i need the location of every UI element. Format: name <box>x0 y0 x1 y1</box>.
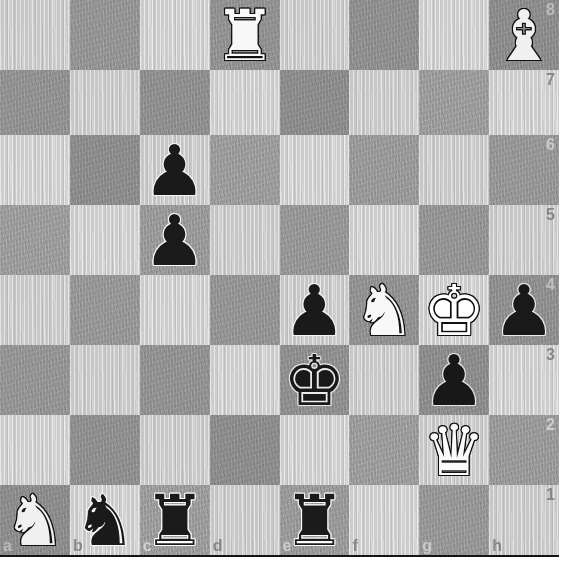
square-f4[interactable]: ♞ <box>349 275 419 345</box>
chess-board: ♜♝87♟6♟5♟♞♚♟4♚♟3♛2♞a♞b♜cd♜efg1h <box>0 0 559 557</box>
file-label-c: c <box>143 538 152 554</box>
file-label-f: f <box>352 538 357 554</box>
piece-black-rook-e1[interactable]: ♜ <box>283 486 346 556</box>
square-e8[interactable] <box>280 0 350 70</box>
square-d3[interactable] <box>210 345 280 415</box>
rank-label-8: 8 <box>546 2 555 18</box>
square-g1[interactable]: g <box>419 485 489 555</box>
square-c5[interactable]: ♟ <box>140 205 210 275</box>
square-b8[interactable] <box>70 0 140 70</box>
square-g4[interactable]: ♚ <box>419 275 489 345</box>
square-h1[interactable]: 1h <box>489 485 559 555</box>
square-b6[interactable] <box>70 135 140 205</box>
square-e6[interactable] <box>280 135 350 205</box>
square-a1[interactable]: ♞a <box>0 485 70 555</box>
rank-label-1: 1 <box>546 487 555 503</box>
square-h4[interactable]: ♟4 <box>489 275 559 345</box>
square-h2[interactable]: 2 <box>489 415 559 485</box>
square-h3[interactable]: 3 <box>489 345 559 415</box>
piece-white-king-g4[interactable]: ♚ <box>423 276 486 346</box>
file-label-g: g <box>422 538 432 554</box>
piece-white-knight-a1[interactable]: ♞ <box>4 486 67 556</box>
square-f3[interactable] <box>349 345 419 415</box>
square-b4[interactable] <box>70 275 140 345</box>
square-b5[interactable] <box>70 205 140 275</box>
piece-black-rook-c1[interactable]: ♜ <box>143 486 206 556</box>
square-a8[interactable] <box>0 0 70 70</box>
rank-label-6: 6 <box>546 137 555 153</box>
square-a3[interactable] <box>0 345 70 415</box>
rank-label-5: 5 <box>546 207 555 223</box>
square-g2[interactable]: ♛ <box>419 415 489 485</box>
piece-black-pawn-e4[interactable]: ♟ <box>283 276 346 346</box>
square-f5[interactable] <box>349 205 419 275</box>
square-b7[interactable] <box>70 70 140 135</box>
piece-black-pawn-g3[interactable]: ♟ <box>423 346 486 416</box>
square-g5[interactable] <box>419 205 489 275</box>
square-h5[interactable]: 5 <box>489 205 559 275</box>
file-label-a: a <box>3 538 12 554</box>
square-d6[interactable] <box>210 135 280 205</box>
file-label-d: d <box>213 538 223 554</box>
square-c2[interactable] <box>140 415 210 485</box>
square-f2[interactable] <box>349 415 419 485</box>
piece-white-knight-f4[interactable]: ♞ <box>353 276 416 346</box>
square-h7[interactable]: 7 <box>489 70 559 135</box>
square-b1[interactable]: ♞b <box>70 485 140 555</box>
square-h6[interactable]: 6 <box>489 135 559 205</box>
square-d1[interactable]: d <box>210 485 280 555</box>
file-label-b: b <box>73 538 83 554</box>
square-d4[interactable] <box>210 275 280 345</box>
square-d5[interactable] <box>210 205 280 275</box>
square-d8[interactable]: ♜ <box>210 0 280 70</box>
square-a6[interactable] <box>0 135 70 205</box>
square-f7[interactable] <box>349 70 419 135</box>
square-h8[interactable]: ♝8 <box>489 0 559 70</box>
square-c6[interactable]: ♟ <box>140 135 210 205</box>
square-g3[interactable]: ♟ <box>419 345 489 415</box>
square-b2[interactable] <box>70 415 140 485</box>
square-c3[interactable] <box>140 345 210 415</box>
square-a7[interactable] <box>0 70 70 135</box>
square-d2[interactable] <box>210 415 280 485</box>
square-c1[interactable]: ♜c <box>140 485 210 555</box>
piece-white-rook-d8[interactable]: ♜ <box>213 1 276 71</box>
rank-label-4: 4 <box>546 277 555 293</box>
square-f8[interactable] <box>349 0 419 70</box>
square-e3[interactable]: ♚ <box>280 345 350 415</box>
square-f1[interactable]: f <box>349 485 419 555</box>
square-c4[interactable] <box>140 275 210 345</box>
square-e7[interactable] <box>280 70 350 135</box>
square-e5[interactable] <box>280 205 350 275</box>
rank-label-7: 7 <box>546 72 555 88</box>
square-g7[interactable] <box>419 70 489 135</box>
rank-label-2: 2 <box>546 417 555 433</box>
square-c8[interactable] <box>140 0 210 70</box>
file-label-e: e <box>283 538 292 554</box>
square-b3[interactable] <box>70 345 140 415</box>
square-e2[interactable] <box>280 415 350 485</box>
square-e1[interactable]: ♜e <box>280 485 350 555</box>
piece-black-king-e3[interactable]: ♚ <box>283 346 346 416</box>
piece-black-pawn-c6[interactable]: ♟ <box>143 136 206 206</box>
chess-position-page: ♜♝87♟6♟5♟♞♚♟4♚♟3♛2♞a♞b♜cd♜efg1h <box>0 0 562 561</box>
square-g6[interactable] <box>419 135 489 205</box>
square-d7[interactable] <box>210 70 280 135</box>
piece-black-pawn-c5[interactable]: ♟ <box>143 206 206 276</box>
piece-white-queen-g2[interactable]: ♛ <box>423 416 486 486</box>
square-f6[interactable] <box>349 135 419 205</box>
square-a2[interactable] <box>0 415 70 485</box>
square-a5[interactable] <box>0 205 70 275</box>
square-c7[interactable] <box>140 70 210 135</box>
square-a4[interactable] <box>0 275 70 345</box>
square-g8[interactable] <box>419 0 489 70</box>
square-e4[interactable]: ♟ <box>280 275 350 345</box>
rank-label-3: 3 <box>546 347 555 363</box>
file-label-h: h <box>492 538 502 554</box>
